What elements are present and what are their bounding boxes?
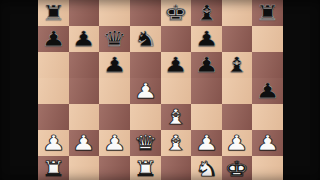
video-frame: ♜♚♝♜♟♟♛♞♟♟♟♟♝♟♟♝♟♟♟♛♝♟♟♟♜♜♞♚	[0, 0, 320, 180]
square-f2[interactable]: ♟	[191, 130, 222, 156]
square-c1[interactable]	[99, 156, 130, 180]
black-pawn-h4[interactable]: ♟	[256, 81, 280, 102]
square-d4[interactable]: ♟	[130, 78, 161, 104]
white-rook-a1[interactable]: ♜	[41, 159, 65, 180]
white-pawn-b2[interactable]: ♟	[72, 133, 96, 154]
square-h6[interactable]	[252, 52, 283, 78]
square-e2[interactable]: ♝	[161, 130, 192, 156]
square-e4[interactable]	[161, 78, 192, 104]
black-pawn-b7[interactable]: ♟	[72, 29, 96, 50]
square-g2[interactable]: ♟	[222, 130, 253, 156]
white-pawn-c2[interactable]: ♟	[102, 133, 126, 154]
white-king-g1[interactable]: ♚	[225, 159, 249, 180]
square-a7[interactable]: ♟	[38, 26, 69, 52]
white-pawn-d4[interactable]: ♟	[133, 81, 157, 102]
square-h7[interactable]	[252, 26, 283, 52]
black-rook-a8[interactable]: ♜	[41, 3, 65, 24]
white-pawn-a2[interactable]: ♟	[41, 133, 65, 154]
white-queen-d2[interactable]: ♛	[133, 133, 157, 154]
black-knight-d7[interactable]: ♞	[133, 29, 157, 50]
square-h4[interactable]: ♟	[252, 78, 283, 104]
square-d7[interactable]: ♞	[130, 26, 161, 52]
square-h2[interactable]: ♟	[252, 130, 283, 156]
black-pawn-c6[interactable]: ♟	[102, 55, 126, 76]
square-g6[interactable]: ♝	[222, 52, 253, 78]
square-b3[interactable]	[69, 104, 100, 130]
square-h3[interactable]	[252, 104, 283, 130]
square-d6[interactable]	[130, 52, 161, 78]
white-knight-f1[interactable]: ♞	[194, 159, 218, 180]
square-d1[interactable]: ♜	[130, 156, 161, 180]
white-pawn-f2[interactable]: ♟	[194, 133, 218, 154]
square-e1[interactable]	[161, 156, 192, 180]
square-a2[interactable]: ♟	[38, 130, 69, 156]
letterbox-left	[0, 0, 38, 180]
square-f4[interactable]	[191, 78, 222, 104]
black-pawn-e6[interactable]: ♟	[164, 55, 188, 76]
square-b8[interactable]	[69, 0, 100, 26]
white-bishop-e2[interactable]: ♝	[164, 133, 188, 154]
square-d3[interactable]	[130, 104, 161, 130]
square-d8[interactable]	[130, 0, 161, 26]
white-pawn-h2[interactable]: ♟	[256, 133, 280, 154]
black-queen-c7[interactable]: ♛	[102, 29, 126, 50]
square-b4[interactable]	[69, 78, 100, 104]
square-h1[interactable]	[252, 156, 283, 180]
square-a4[interactable]	[38, 78, 69, 104]
square-c6[interactable]: ♟	[99, 52, 130, 78]
square-c8[interactable]	[99, 0, 130, 26]
square-a1[interactable]: ♜	[38, 156, 69, 180]
square-d2[interactable]: ♛	[130, 130, 161, 156]
square-e7[interactable]	[161, 26, 192, 52]
square-g4[interactable]	[222, 78, 253, 104]
square-b1[interactable]	[69, 156, 100, 180]
black-pawn-a7[interactable]: ♟	[41, 29, 65, 50]
square-e8[interactable]: ♚	[161, 0, 192, 26]
square-a3[interactable]	[38, 104, 69, 130]
black-bishop-f8[interactable]: ♝	[194, 3, 218, 24]
black-king-e8[interactable]: ♚	[164, 3, 188, 24]
black-pawn-f6[interactable]: ♟	[194, 55, 218, 76]
square-f8[interactable]: ♝	[191, 0, 222, 26]
square-f6[interactable]: ♟	[191, 52, 222, 78]
square-f1[interactable]: ♞	[191, 156, 222, 180]
square-f3[interactable]	[191, 104, 222, 130]
square-e6[interactable]: ♟	[161, 52, 192, 78]
square-g7[interactable]	[222, 26, 253, 52]
white-bishop-e3[interactable]: ♝	[164, 107, 188, 128]
square-b2[interactable]: ♟	[69, 130, 100, 156]
white-pawn-g2[interactable]: ♟	[225, 133, 249, 154]
square-h8[interactable]: ♜	[252, 0, 283, 26]
square-b6[interactable]	[69, 52, 100, 78]
letterbox-right	[283, 0, 320, 180]
square-g1[interactable]: ♚	[222, 156, 253, 180]
square-c4[interactable]	[99, 78, 130, 104]
square-a8[interactable]: ♜	[38, 0, 69, 26]
square-e3[interactable]: ♝	[161, 104, 192, 130]
square-f7[interactable]: ♟	[191, 26, 222, 52]
square-g8[interactable]	[222, 0, 253, 26]
black-rook-h8[interactable]: ♜	[256, 3, 280, 24]
square-c7[interactable]: ♛	[99, 26, 130, 52]
black-pawn-f7[interactable]: ♟	[194, 29, 218, 50]
black-bishop-g6[interactable]: ♝	[225, 55, 249, 76]
white-rook-d1[interactable]: ♜	[133, 159, 157, 180]
square-b7[interactable]: ♟	[69, 26, 100, 52]
square-g3[interactable]	[222, 104, 253, 130]
square-c2[interactable]: ♟	[99, 130, 130, 156]
square-a6[interactable]	[38, 52, 69, 78]
square-c3[interactable]	[99, 104, 130, 130]
chess-board: ♜♚♝♜♟♟♛♞♟♟♟♟♝♟♟♝♟♟♟♛♝♟♟♟♜♜♞♚	[38, 0, 283, 180]
